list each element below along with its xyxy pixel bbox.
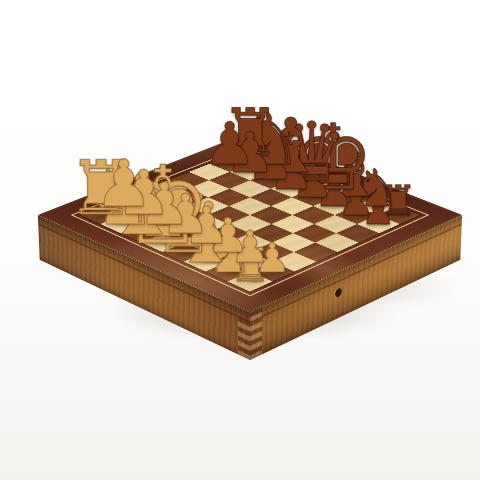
finger-joints	[238, 316, 250, 360]
latch-hole	[335, 287, 342, 298]
square-f3	[228, 233, 271, 252]
square-d1	[141, 233, 184, 252]
square-d2	[164, 224, 207, 243]
scene-3d	[0, 0, 480, 480]
square-h3	[272, 252, 316, 271]
finger-joints	[250, 307, 262, 360]
square-e3	[207, 224, 250, 243]
square-f2	[206, 243, 250, 262]
square-b1	[100, 215, 143, 233]
square-g5	[293, 224, 336, 243]
square-d3	[186, 215, 229, 233]
square-h7	[357, 215, 400, 233]
square-c2	[143, 215, 186, 233]
product-photo: ♜♞♝♛♚♝♞♜♟♟♟♟♟♟♟♟♟♟♟♟♟♟♟♟♜♞♝♚♛♝♞♜	[0, 0, 480, 480]
square-f4	[250, 224, 293, 243]
square-e4	[229, 215, 272, 233]
square-h2	[250, 262, 295, 282]
square-c1	[121, 224, 164, 243]
square-e1	[162, 243, 206, 262]
chess-box	[38, 132, 462, 312]
square-g6	[314, 215, 357, 233]
square-h6	[336, 224, 379, 243]
square-g3	[250, 243, 294, 262]
square-g4	[272, 233, 315, 252]
square-h5	[315, 233, 358, 252]
square-g2	[228, 252, 272, 271]
square-h1	[228, 272, 273, 292]
square-h4	[294, 243, 338, 262]
square-f1	[184, 252, 228, 271]
square-e2	[185, 233, 228, 252]
square-f5	[271, 215, 314, 233]
square-g1	[205, 262, 250, 282]
